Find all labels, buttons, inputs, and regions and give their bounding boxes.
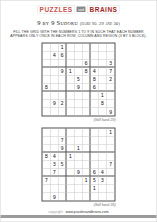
sudoku-cell-r9c6 bbox=[83, 193, 91, 201]
sudoku-cell-r5c9: 7 bbox=[107, 161, 115, 169]
sudoku-cell-r5c6 bbox=[83, 76, 91, 84]
sudoku-cell-r6c5: 9 bbox=[75, 84, 83, 92]
sudoku-cell-r5c7: 8 bbox=[91, 76, 99, 84]
sudoku-cell-r4c7: 4 bbox=[91, 68, 99, 76]
sudoku-cell-r8c9 bbox=[107, 100, 115, 108]
sudoku-cell-r2c4 bbox=[67, 137, 75, 145]
sudoku-cell-r4c8 bbox=[99, 153, 107, 161]
sudoku-cell-r3c2 bbox=[51, 145, 59, 153]
sudoku-cell-r3c6: 6 bbox=[83, 60, 91, 68]
sudoku-grid-hard-29: 146639184758289619289 bbox=[42, 43, 116, 117]
sudoku-cell-r5c3: 5 bbox=[59, 161, 67, 169]
sudoku-cell-r6c8 bbox=[99, 84, 107, 92]
site-logo: Puzzles and Brains bbox=[1, 5, 157, 14]
sudoku-cell-r2c7 bbox=[91, 137, 99, 145]
sudoku-cell-r6c6 bbox=[83, 84, 91, 92]
sudoku-cell-r4c5 bbox=[75, 68, 83, 76]
sudoku-cell-r4c3 bbox=[59, 153, 67, 161]
sudoku-cell-r4c7 bbox=[91, 153, 99, 161]
sudoku-cell-r9c8 bbox=[99, 193, 107, 201]
logo-brains-wordmark: Brains bbox=[88, 5, 120, 14]
sudoku-cell-r4c6 bbox=[83, 153, 91, 161]
sudoku-cell-r7c2 bbox=[51, 92, 59, 100]
sudoku-cell-r9c4 bbox=[67, 193, 75, 201]
sudoku-cell-r9c2 bbox=[51, 108, 59, 116]
sudoku-cell-r6c7: 6 bbox=[91, 169, 99, 177]
sudoku-cell-r7c1: 7 bbox=[43, 177, 51, 185]
sudoku-cell-r2c7 bbox=[91, 52, 99, 60]
sudoku-cell-r2c5 bbox=[75, 52, 83, 60]
sudoku-cell-r1c5 bbox=[75, 129, 83, 137]
sudoku-cell-r8c3: 2 bbox=[59, 100, 67, 108]
sudoku-cell-r9c3 bbox=[59, 193, 67, 201]
sudoku-cell-r7c9 bbox=[107, 92, 115, 100]
sudoku-cell-r9c9 bbox=[107, 193, 115, 201]
sudoku-cell-r8c5 bbox=[75, 100, 83, 108]
sudoku-cell-r1c1 bbox=[43, 129, 51, 137]
sudoku-cell-r9c5 bbox=[75, 193, 83, 201]
sudoku-cell-r8c6 bbox=[83, 100, 91, 108]
sudoku-cell-r1c1 bbox=[43, 44, 51, 52]
sudoku-cell-r3c8 bbox=[99, 60, 107, 68]
page-title-main: 9 by 9 Sudoku bbox=[37, 19, 78, 27]
sudoku-cell-r2c3: 6 bbox=[59, 52, 67, 60]
sudoku-cell-r7c6: 1 bbox=[83, 177, 91, 185]
logo-and-badge: and bbox=[77, 6, 86, 12]
sudoku-cell-r1c9 bbox=[107, 44, 115, 52]
instructions-line-2: appears only once in each row, column an… bbox=[1, 34, 157, 39]
sudoku-cell-r7c1 bbox=[43, 92, 51, 100]
sudoku-cell-r8c4 bbox=[67, 185, 75, 193]
sudoku-cell-r7c3 bbox=[59, 92, 67, 100]
caption-hard-29: (9x9 hard 29) bbox=[42, 117, 116, 122]
sudoku-cell-r1c3 bbox=[59, 129, 67, 137]
sudoku-cell-r1c7 bbox=[91, 129, 99, 137]
sudoku-grid-hard-30: 17918413577964715319 bbox=[42, 128, 116, 202]
sudoku-cell-r6c6 bbox=[83, 169, 91, 177]
sudoku-cell-r3c1 bbox=[43, 145, 51, 153]
sudoku-cell-r6c2 bbox=[51, 84, 59, 92]
sudoku-cell-r2c6 bbox=[83, 52, 91, 60]
sudoku-cell-r1c6 bbox=[83, 44, 91, 52]
sudoku-cell-r1c8 bbox=[99, 129, 107, 137]
printable-sudoku-page: Puzzles and Brains 9 by 9 Sudoku(hard no… bbox=[0, 0, 157, 222]
sudoku-cell-r9c9: 9 bbox=[107, 108, 115, 116]
sudoku-cell-r4c2 bbox=[51, 68, 59, 76]
sudoku-cell-r3c4 bbox=[67, 60, 75, 68]
sudoku-cell-r5c5 bbox=[75, 161, 83, 169]
sudoku-cell-r2c8 bbox=[99, 137, 107, 145]
caption-hard-30: (9x9 hard 30) bbox=[42, 202, 116, 207]
sudoku-cell-r8c8: 8 bbox=[99, 100, 107, 108]
sudoku-cell-r3c9: 3 bbox=[107, 60, 115, 68]
logo-puzzles-wordmark: Puzzles bbox=[38, 5, 75, 14]
sudoku-cell-r9c3 bbox=[59, 108, 67, 116]
sudoku-cell-r5c4 bbox=[67, 76, 75, 84]
sudoku-cell-r7c7 bbox=[91, 92, 99, 100]
sudoku-cell-r5c5: 5 bbox=[75, 76, 83, 84]
sudoku-cell-r7c4 bbox=[67, 177, 75, 185]
sudoku-cell-r4c9 bbox=[107, 153, 115, 161]
sudoku-cell-r2c2: 4 bbox=[51, 52, 59, 60]
sudoku-cell-r3c8 bbox=[99, 145, 107, 153]
sudoku-cell-r6c9 bbox=[107, 84, 115, 92]
sudoku-cell-r9c7 bbox=[91, 108, 99, 116]
sudoku-cell-r3c1 bbox=[43, 60, 51, 68]
sudoku-cell-r7c8: 1 bbox=[99, 92, 107, 100]
sudoku-cell-r6c2: 7 bbox=[51, 169, 59, 177]
sudoku-cell-r1c8 bbox=[99, 44, 107, 52]
sudoku-cell-r4c8 bbox=[99, 68, 107, 76]
sudoku-cell-r8c2 bbox=[51, 185, 59, 193]
sudoku-cell-r9c6 bbox=[83, 108, 91, 116]
sudoku-cell-r5c9: 2 bbox=[107, 76, 115, 84]
sudoku-cell-r9c1 bbox=[43, 193, 51, 201]
sudoku-cell-r4c1: 8 bbox=[43, 153, 51, 161]
sudoku-cell-r5c1 bbox=[43, 161, 51, 169]
sudoku-cell-r9c2: 9 bbox=[51, 193, 59, 201]
sudoku-cell-r2c9 bbox=[107, 52, 115, 60]
sudoku-cell-r2c9 bbox=[107, 137, 115, 145]
sudoku-cell-r8c9 bbox=[107, 185, 115, 193]
site-url[interactable]: www.puzzlesandbrains.com bbox=[65, 210, 108, 214]
sudoku-cell-r7c3 bbox=[59, 177, 67, 185]
sudoku-cell-r7c4 bbox=[67, 92, 75, 100]
sudoku-cell-r3c5: 1 bbox=[75, 145, 83, 153]
sudoku-cell-r5c8 bbox=[99, 161, 107, 169]
sudoku-cell-r5c7 bbox=[91, 161, 99, 169]
sudoku-cell-r1c7 bbox=[91, 44, 99, 52]
sudoku-cell-r7c5 bbox=[75, 92, 83, 100]
sudoku-cell-r2c1 bbox=[43, 52, 51, 60]
sudoku-cell-r3c5 bbox=[75, 60, 83, 68]
sudoku-cell-r6c1: 8 bbox=[43, 84, 51, 92]
sudoku-cell-r3c4 bbox=[67, 145, 75, 153]
sudoku-cell-r8c7: 1 bbox=[91, 185, 99, 193]
sudoku-cell-r9c4 bbox=[67, 108, 75, 116]
sudoku-cell-r8c3 bbox=[59, 185, 67, 193]
sudoku-cell-r7c2 bbox=[51, 177, 59, 185]
sudoku-cell-r3c9 bbox=[107, 145, 115, 153]
sudoku-cell-r4c4: 1 bbox=[67, 153, 75, 161]
sudoku-cell-r1c2 bbox=[51, 44, 59, 52]
sudoku-cell-r8c8 bbox=[99, 185, 107, 193]
sudoku-cell-r5c3 bbox=[59, 76, 67, 84]
copyright-label: copyright: bbox=[48, 210, 63, 214]
sudoku-cell-r6c1 bbox=[43, 169, 51, 177]
sudoku-cell-r9c7 bbox=[91, 193, 99, 201]
sudoku-cell-r1c3: 1 bbox=[59, 44, 67, 52]
sudoku-cell-r4c2: 4 bbox=[51, 153, 59, 161]
sudoku-cell-r3c6 bbox=[83, 145, 91, 153]
sudoku-cell-r2c6 bbox=[83, 137, 91, 145]
sudoku-cell-r6c7: 6 bbox=[91, 84, 99, 92]
sudoku-cell-r6c3 bbox=[59, 169, 67, 177]
page-title-sub: (hard no. 29 and 30) bbox=[80, 21, 120, 26]
sudoku-cell-r5c1 bbox=[43, 76, 51, 84]
sudoku-cell-r5c8 bbox=[99, 76, 107, 84]
sudoku-cell-r7c8: 3 bbox=[99, 177, 107, 185]
sudoku-cell-r6c5: 9 bbox=[75, 169, 83, 177]
bottom-page-edge-bar bbox=[1, 215, 157, 218]
sudoku-cell-r6c4 bbox=[67, 169, 75, 177]
sudoku-cell-r8c5 bbox=[75, 185, 83, 193]
sudoku-cell-r4c9: 7 bbox=[107, 68, 115, 76]
sudoku-cell-r3c7 bbox=[91, 60, 99, 68]
sudoku-cell-r1c5 bbox=[75, 44, 83, 52]
sudoku-cell-r5c2 bbox=[51, 76, 59, 84]
footer: copyright:www.puzzlesandbrains.com bbox=[1, 210, 157, 214]
instructions: Fill the grid with the numbers 1 to 9 in… bbox=[1, 29, 157, 38]
sudoku-cell-r8c6 bbox=[83, 185, 91, 193]
sudoku-cell-r7c6 bbox=[83, 92, 91, 100]
sudoku-cell-r1c4 bbox=[67, 129, 75, 137]
sudoku-cell-r9c1 bbox=[43, 108, 51, 116]
sudoku-cell-r1c2 bbox=[51, 129, 59, 137]
sudoku-cell-r5c2: 3 bbox=[51, 161, 59, 169]
sudoku-cell-r8c2: 9 bbox=[51, 100, 59, 108]
sudoku-cell-r2c5 bbox=[75, 137, 83, 145]
sudoku-cell-r5c4 bbox=[67, 161, 75, 169]
sudoku-cell-r8c1 bbox=[43, 185, 51, 193]
sudoku-cell-r7c5 bbox=[75, 177, 83, 185]
sudoku-cell-r1c6 bbox=[83, 129, 91, 137]
sudoku-cell-r2c2 bbox=[51, 137, 59, 145]
sudoku-cell-r4c1 bbox=[43, 68, 51, 76]
sudoku-cell-r7c7: 5 bbox=[91, 177, 99, 185]
page-scaler: Puzzles and Brains 9 by 9 Sudoku(hard no… bbox=[0, 0, 157, 222]
sudoku-cell-r6c8: 4 bbox=[99, 169, 107, 177]
sudoku-cell-r3c3: 9 bbox=[59, 145, 67, 153]
sudoku-cell-r4c6: 8 bbox=[83, 68, 91, 76]
sudoku-cell-r9c8 bbox=[99, 108, 107, 116]
sudoku-cell-r4c5 bbox=[75, 153, 83, 161]
sudoku-cell-r1c4 bbox=[67, 44, 75, 52]
sudoku-cell-r2c8 bbox=[99, 52, 107, 60]
sudoku-cell-r7c9 bbox=[107, 177, 115, 185]
sudoku-cell-r5c6 bbox=[83, 161, 91, 169]
sudoku-cell-r8c4 bbox=[67, 100, 75, 108]
sudoku-cell-r2c4 bbox=[67, 52, 75, 60]
sudoku-cell-r8c1 bbox=[43, 100, 51, 108]
sudoku-cell-r2c3: 7 bbox=[59, 137, 67, 145]
sudoku-cell-r9c5 bbox=[75, 108, 83, 116]
sudoku-cell-r3c3 bbox=[59, 60, 67, 68]
sudoku-cell-r4c3: 9 bbox=[59, 68, 67, 76]
page-title: 9 by 9 Sudoku(hard no. 29 and 30) bbox=[1, 18, 157, 26]
sudoku-cell-r3c7 bbox=[91, 145, 99, 153]
sudoku-cell-r2c1 bbox=[43, 137, 51, 145]
sudoku-cell-r1c9: 1 bbox=[107, 129, 115, 137]
sudoku-cell-r4c4: 1 bbox=[67, 68, 75, 76]
sudoku-cell-r6c4 bbox=[67, 84, 75, 92]
sudoku-cell-r8c7 bbox=[91, 100, 99, 108]
sudoku-cell-r6c3 bbox=[59, 84, 67, 92]
sudoku-cell-r6c9 bbox=[107, 169, 115, 177]
sudoku-cell-r3c2 bbox=[51, 60, 59, 68]
